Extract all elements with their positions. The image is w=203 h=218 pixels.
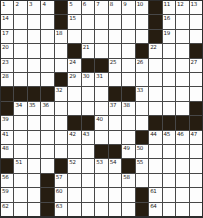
- cell-r10-c3[interactable]: [28, 131, 40, 144]
- clue-number: 61: [150, 188, 156, 194]
- cell-r13-c12[interactable]: [149, 174, 161, 187]
- cell-r6-c3[interactable]: [28, 73, 40, 86]
- cell-r9-c6: [68, 116, 80, 129]
- cell-r7-c8[interactable]: [95, 87, 107, 100]
- cell-r8-c13[interactable]: [163, 102, 175, 115]
- cell-r12-c8[interactable]: 53: [95, 159, 107, 172]
- clue-number: 59: [2, 188, 8, 194]
- cell-r6-c7[interactable]: 30: [82, 73, 94, 86]
- cell-r14-c9[interactable]: [109, 188, 121, 201]
- cell-r9-c9[interactable]: [109, 116, 121, 129]
- cell-r14-c6[interactable]: [68, 188, 80, 201]
- clue-number: 37: [110, 102, 116, 108]
- cell-r6-c4[interactable]: [41, 73, 53, 86]
- cell-r5-c14[interactable]: [176, 59, 188, 72]
- clue-number: 32: [56, 87, 62, 93]
- cell-r6-c10[interactable]: [122, 73, 134, 86]
- clue-number: 41: [2, 131, 8, 137]
- cell-r11-c11[interactable]: 50: [136, 145, 148, 158]
- cell-r6-c14[interactable]: [176, 73, 188, 86]
- clue-number: 26: [137, 59, 143, 65]
- cell-r6-c12[interactable]: [149, 73, 161, 86]
- clue-number: 2: [15, 1, 18, 7]
- cell-r6-c9[interactable]: [109, 73, 121, 86]
- cell-r11-c5[interactable]: [55, 145, 67, 158]
- clue-number: 31: [96, 73, 102, 79]
- cell-r9-c10[interactable]: [122, 116, 134, 129]
- cell-r7-c1: [1, 87, 13, 100]
- cell-r1-c3[interactable]: 3: [28, 1, 40, 14]
- cell-r7-c5[interactable]: 32: [55, 87, 67, 100]
- cell-r1-c8[interactable]: 7: [95, 1, 107, 14]
- cell-r2-c9[interactable]: [109, 15, 121, 28]
- clue-number: 30: [83, 73, 89, 79]
- cell-r9-c13: [163, 116, 175, 129]
- cell-r9-c4[interactable]: [41, 116, 53, 129]
- cell-r15-c8[interactable]: [95, 203, 107, 216]
- clue-number: 49: [123, 145, 129, 151]
- cell-r13-c7[interactable]: [82, 174, 94, 187]
- clue-number: 20: [2, 44, 8, 50]
- cell-r8-c14[interactable]: [176, 102, 188, 115]
- clue-number: 29: [69, 73, 75, 79]
- clue-number: 42: [69, 131, 75, 137]
- cell-r10-c6[interactable]: 42: [68, 131, 80, 144]
- cell-r3-c3[interactable]: [28, 30, 40, 43]
- clue-number: 11: [164, 1, 170, 7]
- cell-r2-c8[interactable]: [95, 15, 107, 28]
- cell-r11-c14[interactable]: [176, 145, 188, 158]
- clue-number: 16: [164, 15, 170, 21]
- cell-r10-c8[interactable]: [95, 131, 107, 144]
- cell-r4-c1[interactable]: 20: [1, 44, 13, 57]
- cell-r11-c8: [95, 145, 107, 158]
- clue-number: 27: [191, 59, 197, 65]
- cell-r8-c11[interactable]: [136, 102, 148, 115]
- cell-r10-c4[interactable]: [41, 131, 53, 144]
- cell-r13-c14[interactable]: [176, 174, 188, 187]
- cell-r12-c10: [122, 159, 134, 172]
- clue-number: 4: [42, 1, 45, 7]
- clue-number: 39: [2, 116, 8, 122]
- cell-r3-c13[interactable]: 19: [163, 30, 175, 43]
- cell-r13-c15[interactable]: [190, 174, 202, 187]
- cell-r8-c10[interactable]: 38: [122, 102, 134, 115]
- cell-r3-c14[interactable]: [176, 30, 188, 43]
- cell-r10-c11: [136, 131, 148, 144]
- clue-number: 3: [29, 1, 32, 7]
- cell-r4-c15: [190, 44, 202, 57]
- cell-r2-c5: [55, 15, 67, 28]
- cell-r12-c7[interactable]: [82, 159, 94, 172]
- cell-r12-c2[interactable]: 51: [14, 159, 26, 172]
- cell-r14-c10[interactable]: [122, 188, 134, 201]
- cell-r7-c13[interactable]: [163, 87, 175, 100]
- cell-r13-c11[interactable]: [136, 174, 148, 187]
- cell-r14-c8[interactable]: [95, 188, 107, 201]
- cell-r12-c3[interactable]: [28, 159, 40, 172]
- cell-r1-c5: [55, 1, 67, 14]
- cell-r12-c1: [1, 159, 13, 172]
- cell-r4-c13[interactable]: [163, 44, 175, 57]
- cell-r12-c15[interactable]: [190, 159, 202, 172]
- cell-r4-c8[interactable]: [95, 44, 107, 57]
- cell-r4-c5[interactable]: [55, 44, 67, 57]
- cell-r13-c4: [41, 174, 53, 187]
- clue-number: 48: [2, 145, 8, 151]
- clue-number: 51: [15, 159, 21, 165]
- cell-r13-c9[interactable]: [109, 174, 121, 187]
- cell-r8-c8[interactable]: [95, 102, 107, 115]
- clue-number: 22: [150, 44, 156, 50]
- cell-r8-c1: [1, 102, 13, 115]
- cell-r3-c11[interactable]: [136, 30, 148, 43]
- cell-r2-c10[interactable]: [122, 15, 134, 28]
- cell-r12-c9[interactable]: 54: [109, 159, 121, 172]
- clue-number: 40: [96, 116, 102, 122]
- cell-r2-c3[interactable]: [28, 15, 40, 28]
- clue-number: 18: [56, 30, 62, 36]
- cell-r14-c14[interactable]: [176, 188, 188, 201]
- cell-r11-c6[interactable]: [68, 145, 80, 158]
- clue-number: 36: [42, 102, 48, 108]
- cell-r15-c3[interactable]: [28, 203, 40, 216]
- cell-r4-c2[interactable]: [14, 44, 26, 57]
- cell-r6-c5: [55, 73, 67, 86]
- cell-r1-c1[interactable]: 1: [1, 1, 13, 14]
- cell-r7-c7[interactable]: [82, 87, 94, 100]
- clue-number: 38: [123, 102, 129, 108]
- cell-r15-c9[interactable]: [109, 203, 121, 216]
- cell-r15-c12[interactable]: 64: [149, 203, 161, 216]
- clue-number: 63: [56, 203, 62, 209]
- cell-r15-c15[interactable]: [190, 203, 202, 216]
- cell-r1-c6[interactable]: 5: [68, 1, 80, 14]
- cell-r8-c15: [190, 102, 202, 115]
- crossword-puzzle: 1234567891011121314151617181920212223242…: [0, 0, 203, 218]
- cell-r3-c15[interactable]: [190, 30, 202, 43]
- cell-r1-c7[interactable]: 6: [82, 1, 94, 14]
- cell-r15-c13[interactable]: [163, 203, 175, 216]
- cell-r14-c1[interactable]: 59: [1, 188, 13, 201]
- cell-r15-c6[interactable]: [68, 203, 80, 216]
- cell-r13-c3[interactable]: [28, 174, 40, 187]
- cell-r3-c1[interactable]: 17: [1, 30, 13, 43]
- cell-r2-c4[interactable]: [41, 15, 53, 28]
- cell-r4-c7[interactable]: 21: [82, 44, 94, 57]
- cell-r3-c10[interactable]: [122, 30, 134, 43]
- cell-r5-c13[interactable]: [163, 59, 175, 72]
- cell-r11-c13[interactable]: [163, 145, 175, 158]
- clue-number: 55: [137, 159, 143, 165]
- cell-r15-c2[interactable]: [14, 203, 26, 216]
- cell-r10-c12[interactable]: 44: [149, 131, 161, 144]
- cell-r11-c15[interactable]: [190, 145, 202, 158]
- cell-r5-c4[interactable]: [41, 59, 53, 72]
- clue-number: 52: [69, 159, 75, 165]
- cell-r4-c9[interactable]: [109, 44, 121, 57]
- cell-r5-c10[interactable]: [122, 59, 134, 72]
- cell-r11-c3[interactable]: [28, 145, 40, 158]
- clue-number: 28: [2, 73, 8, 79]
- cell-r1-c13[interactable]: 11: [163, 1, 175, 14]
- clue-number: 19: [164, 30, 170, 36]
- cell-r2-c13[interactable]: 16: [163, 15, 175, 28]
- clue-number: 47: [191, 131, 197, 137]
- cell-r14-c7[interactable]: [82, 188, 94, 201]
- cell-r8-c7[interactable]: [82, 102, 94, 115]
- clue-number: 21: [83, 44, 89, 50]
- cell-r1-c2[interactable]: 2: [14, 1, 26, 14]
- clue-number: 24: [69, 59, 75, 65]
- cell-r3-c8[interactable]: [95, 30, 107, 43]
- cell-r4-c12[interactable]: 22: [149, 44, 161, 57]
- cell-r14-c11: [136, 188, 148, 201]
- cell-r9-c11[interactable]: [136, 116, 148, 129]
- clue-number: 23: [2, 59, 8, 65]
- cell-r14-c15[interactable]: [190, 188, 202, 201]
- cell-r9-c7: [82, 116, 94, 129]
- cell-r2-c11[interactable]: [136, 15, 148, 28]
- cell-r12-c14[interactable]: [176, 159, 188, 172]
- cell-r15-c7[interactable]: [82, 203, 94, 216]
- cell-r14-c2[interactable]: [14, 188, 26, 201]
- cell-r9-c15: [190, 116, 202, 129]
- cell-r2-c1[interactable]: 14: [1, 15, 13, 28]
- clue-number: 46: [177, 131, 183, 137]
- clue-number: 45: [164, 131, 170, 137]
- cell-r9-c2[interactable]: [14, 116, 26, 129]
- cell-r14-c4: [41, 188, 53, 201]
- cell-r10-c2[interactable]: [14, 131, 26, 144]
- cell-r10-c10[interactable]: [122, 131, 134, 144]
- clue-number: 13: [191, 1, 197, 7]
- clue-number: 62: [2, 203, 8, 209]
- cell-r10-c5[interactable]: [55, 131, 67, 144]
- cell-r7-c2: [14, 87, 26, 100]
- cell-r6-c2[interactable]: [14, 73, 26, 86]
- cell-r15-c11: [136, 203, 148, 216]
- cell-r11-c2[interactable]: [14, 145, 26, 158]
- clue-number: 6: [83, 1, 86, 7]
- cell-r10-c7[interactable]: 43: [82, 131, 94, 144]
- cell-r12-c5: [55, 159, 67, 172]
- cell-r5-c11[interactable]: 26: [136, 59, 148, 72]
- cell-r1-c12: [149, 1, 161, 14]
- crossword-grid: 1234567891011121314151617181920212223242…: [0, 0, 203, 218]
- cell-r5-c2[interactable]: [14, 59, 26, 72]
- cell-r9-c8[interactable]: 40: [95, 116, 107, 129]
- cell-r1-c15[interactable]: 13: [190, 1, 202, 14]
- cell-r9-c14: [176, 116, 188, 129]
- cell-r7-c12[interactable]: [149, 87, 161, 100]
- cell-r13-c1[interactable]: 56: [1, 174, 13, 187]
- cell-r1-c11[interactable]: 10: [136, 1, 148, 14]
- cell-r4-c14[interactable]: [176, 44, 188, 57]
- clue-number: 50: [137, 145, 143, 151]
- cell-r3-c9[interactable]: [109, 30, 121, 43]
- cell-r13-c5[interactable]: 57: [55, 174, 67, 187]
- cell-r15-c5[interactable]: 63: [55, 203, 67, 216]
- cell-r2-c6[interactable]: 15: [68, 15, 80, 28]
- cell-r11-c10[interactable]: 49: [122, 145, 134, 158]
- cell-r7-c3: [28, 87, 40, 100]
- cell-r7-c15[interactable]: [190, 87, 202, 100]
- cell-r6-c13[interactable]: [163, 73, 175, 86]
- cell-r3-c2[interactable]: [14, 30, 26, 43]
- cell-r15-c1[interactable]: 62: [1, 203, 13, 216]
- cell-r5-c3[interactable]: [28, 59, 40, 72]
- cell-r3-c4[interactable]: [41, 30, 53, 43]
- cell-r10-c13[interactable]: 45: [163, 131, 175, 144]
- cell-r4-c6: [68, 44, 80, 57]
- cell-r5-c5[interactable]: [55, 59, 67, 72]
- clue-number: 54: [110, 159, 116, 165]
- clue-number: 8: [110, 1, 113, 7]
- cell-r9-c3[interactable]: [28, 116, 40, 129]
- cell-r5-c12[interactable]: [149, 59, 161, 72]
- cell-r11-c1[interactable]: 48: [1, 145, 13, 158]
- clue-number: 14: [2, 15, 8, 21]
- cell-r6-c1[interactable]: 28: [1, 73, 13, 86]
- cell-r4-c10[interactable]: [122, 44, 134, 57]
- cell-r13-c2[interactable]: [14, 174, 26, 187]
- cell-r2-c14[interactable]: [176, 15, 188, 28]
- clue-number: 15: [69, 15, 75, 21]
- cell-r15-c4: [41, 203, 53, 216]
- cell-r12-c11[interactable]: 55: [136, 159, 148, 172]
- cell-r7-c10: [122, 87, 134, 100]
- cell-r7-c9: [109, 87, 121, 100]
- cell-r13-c13[interactable]: [163, 174, 175, 187]
- cell-r2-c7[interactable]: [82, 15, 94, 28]
- clue-number: 12: [177, 1, 183, 7]
- cell-r14-c13[interactable]: [163, 188, 175, 201]
- cell-r5-c1[interactable]: 23: [1, 59, 13, 72]
- cell-r1-c10[interactable]: 9: [122, 1, 134, 14]
- cell-r14-c3[interactable]: [28, 188, 40, 201]
- clue-number: 56: [2, 174, 8, 180]
- clue-number: 25: [110, 59, 116, 65]
- clue-number: 7: [96, 1, 99, 7]
- cell-r2-c2[interactable]: [14, 15, 26, 28]
- cell-r12-c4[interactable]: [41, 159, 53, 172]
- clue-number: 35: [29, 102, 35, 108]
- cell-r9-c12: [149, 116, 161, 129]
- cell-r9-c1[interactable]: 39: [1, 116, 13, 129]
- clue-number: 10: [137, 1, 143, 7]
- cell-r8-c4[interactable]: 36: [41, 102, 53, 115]
- cell-r5-c9[interactable]: 25: [109, 59, 121, 72]
- cell-r8-c6[interactable]: [68, 102, 80, 115]
- cell-r4-c4[interactable]: [41, 44, 53, 57]
- cell-r6-c8[interactable]: 31: [95, 73, 107, 86]
- cell-r10-c15[interactable]: 47: [190, 131, 202, 144]
- cell-r3-c12: [149, 30, 161, 43]
- cell-r5-c6[interactable]: 24: [68, 59, 80, 72]
- clue-number: 34: [15, 102, 21, 108]
- cell-r10-c9[interactable]: [109, 131, 121, 144]
- cell-r13-c8[interactable]: [95, 174, 107, 187]
- clue-number: 33: [137, 87, 143, 93]
- clue-number: 44: [150, 131, 156, 137]
- clue-number: 64: [150, 203, 156, 209]
- cell-r15-c14[interactable]: [176, 203, 188, 216]
- cell-r4-c11: [136, 44, 148, 57]
- cell-r2-c15[interactable]: [190, 15, 202, 28]
- cell-r15-c10[interactable]: [122, 203, 134, 216]
- cell-r1-c9[interactable]: 8: [109, 1, 121, 14]
- cell-r8-c9[interactable]: 37: [109, 102, 121, 115]
- cell-r5-c15[interactable]: 27: [190, 59, 202, 72]
- cell-r2-c12: [149, 15, 161, 28]
- cell-r4-c3[interactable]: [28, 44, 40, 57]
- clue-number: 43: [83, 131, 89, 137]
- clue-number: 1: [2, 1, 5, 7]
- cell-r14-c5[interactable]: 60: [55, 188, 67, 201]
- cell-r5-c8: [95, 59, 107, 72]
- clue-number: 53: [96, 159, 102, 165]
- cell-r6-c15[interactable]: [190, 73, 202, 86]
- cell-r12-c12[interactable]: [149, 159, 161, 172]
- cell-r11-c12[interactable]: [149, 145, 161, 158]
- cell-r11-c9: [109, 145, 121, 158]
- clue-number: 17: [2, 30, 8, 36]
- cell-r8-c12[interactable]: [149, 102, 161, 115]
- clue-number: 57: [56, 174, 62, 180]
- cell-r7-c6[interactable]: [68, 87, 80, 100]
- cell-r12-c13[interactable]: [163, 159, 175, 172]
- cell-r6-c6[interactable]: 29: [68, 73, 80, 86]
- cell-r3-c6[interactable]: [68, 30, 80, 43]
- cell-r1-c14[interactable]: 12: [176, 1, 188, 14]
- cell-r11-c7[interactable]: [82, 145, 94, 158]
- cell-r12-c6[interactable]: 52: [68, 159, 80, 172]
- cell-r8-c5[interactable]: [55, 102, 67, 115]
- cell-r9-c5[interactable]: [55, 116, 67, 129]
- cell-r7-c14[interactable]: [176, 87, 188, 100]
- cell-r13-c6[interactable]: [68, 174, 80, 187]
- clue-number: 58: [123, 174, 129, 180]
- cell-r8-c3[interactable]: 35: [28, 102, 40, 115]
- cell-r11-c4[interactable]: [41, 145, 53, 158]
- cell-r3-c7[interactable]: [82, 30, 94, 43]
- cell-r14-c12[interactable]: 61: [149, 188, 161, 201]
- clue-number: 5: [69, 1, 72, 7]
- cell-r13-c10[interactable]: 58: [122, 174, 134, 187]
- cell-r10-c14[interactable]: 46: [176, 131, 188, 144]
- cell-r5-c7: [82, 59, 94, 72]
- cell-r3-c5[interactable]: 18: [55, 30, 67, 43]
- cell-r6-c11[interactable]: [136, 73, 148, 86]
- cell-r1-c4[interactable]: 4: [41, 1, 53, 14]
- cell-r7-c11[interactable]: 33: [136, 87, 148, 100]
- cell-r10-c1[interactable]: 41: [1, 131, 13, 144]
- cell-r7-c4: [41, 87, 53, 100]
- clue-number: 60: [56, 188, 62, 194]
- clue-number: 9: [123, 1, 126, 7]
- cell-r8-c2[interactable]: 34: [14, 102, 26, 115]
